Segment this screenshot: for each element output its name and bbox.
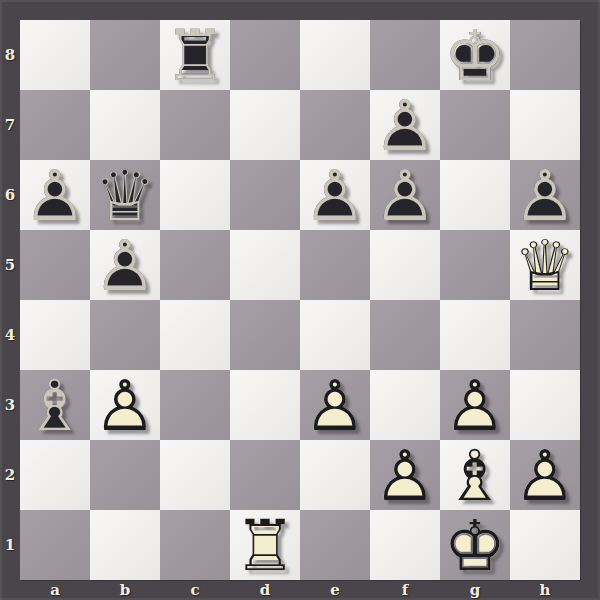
square-b6[interactable]: ♛♕ [90, 160, 160, 230]
square-g6[interactable] [440, 160, 510, 230]
square-c8[interactable]: ♜♖ [160, 20, 230, 90]
square-g8[interactable]: ♚♔ [440, 20, 510, 90]
square-e2[interactable] [300, 440, 370, 510]
square-f7[interactable]: ♟♙ [370, 90, 440, 160]
rank-label-8: 8 [0, 20, 20, 90]
file-label-d: d [230, 580, 300, 600]
square-c6[interactable] [160, 160, 230, 230]
piece-glyph-outline: ♙ [510, 440, 580, 510]
rank-labels: 87654321 [0, 20, 20, 580]
piece-glyph-outline: ♕ [510, 230, 580, 300]
rank-label-6: 6 [0, 160, 20, 230]
square-c5[interactable] [160, 230, 230, 300]
file-label-g: g [440, 580, 510, 600]
piece-glyph-outline: ♗ [440, 440, 510, 510]
square-b2[interactable] [90, 440, 160, 510]
square-f8[interactable] [370, 20, 440, 90]
square-b5[interactable]: ♟♙ [90, 230, 160, 300]
piece-glyph-fill: ♟ [370, 440, 440, 510]
square-f1[interactable] [370, 510, 440, 580]
file-label-b: b [90, 580, 160, 600]
piece-glyph-fill: ♟ [370, 160, 440, 230]
chess-board: ♜♖♚♔♟♙♟♙♛♕♟♙♟♙♟♙♟♙♛♕♝♗♟♙♟♙♟♙♟♙♝♗♟♙♜♖♚♔ [20, 20, 580, 580]
piece-glyph-fill: ♜ [160, 20, 230, 90]
square-a8[interactable] [20, 20, 90, 90]
square-f4[interactable] [370, 300, 440, 370]
square-a7[interactable] [20, 90, 90, 160]
square-h6[interactable]: ♟♙ [510, 160, 580, 230]
piece-glyph-fill: ♟ [20, 160, 90, 230]
piece-glyph-fill: ♚ [440, 20, 510, 90]
square-c7[interactable] [160, 90, 230, 160]
piece-glyph-fill: ♟ [300, 160, 370, 230]
white-pawn-piece[interactable]: ♟♙ [370, 440, 440, 510]
black-pawn-piece[interactable]: ♟♙ [370, 160, 440, 230]
white-pawn-piece[interactable]: ♟♙ [510, 440, 580, 510]
square-d1[interactable]: ♜♖ [230, 510, 300, 580]
rank-label-4: 4 [0, 300, 20, 370]
black-rook-piece[interactable]: ♜♖ [160, 20, 230, 90]
white-queen-piece[interactable]: ♛♕ [510, 230, 580, 300]
piece-glyph-outline: ♙ [90, 370, 160, 440]
piece-glyph-outline: ♖ [230, 510, 300, 580]
piece-glyph-outline: ♖ [160, 20, 230, 90]
piece-glyph-fill: ♛ [510, 230, 580, 300]
piece-glyph-fill: ♟ [440, 370, 510, 440]
piece-glyph-outline: ♙ [90, 230, 160, 300]
square-c1[interactable] [160, 510, 230, 580]
piece-glyph-outline: ♗ [20, 370, 90, 440]
square-e5[interactable] [300, 230, 370, 300]
piece-glyph-outline: ♔ [440, 20, 510, 90]
square-h1[interactable] [510, 510, 580, 580]
square-g5[interactable] [440, 230, 510, 300]
square-b7[interactable] [90, 90, 160, 160]
piece-glyph-fill: ♚ [440, 510, 510, 580]
square-a6[interactable]: ♟♙ [20, 160, 90, 230]
piece-glyph-outline: ♙ [300, 370, 370, 440]
black-pawn-piece[interactable]: ♟♙ [20, 160, 90, 230]
square-f3[interactable] [370, 370, 440, 440]
square-g1[interactable]: ♚♔ [440, 510, 510, 580]
square-f5[interactable] [370, 230, 440, 300]
black-queen-piece[interactable]: ♛♕ [90, 160, 160, 230]
file-label-e: e [300, 580, 370, 600]
square-b3[interactable]: ♟♙ [90, 370, 160, 440]
square-e4[interactable] [300, 300, 370, 370]
square-b4[interactable] [90, 300, 160, 370]
black-pawn-piece[interactable]: ♟♙ [300, 160, 370, 230]
square-d2[interactable] [230, 440, 300, 510]
black-king-piece[interactable]: ♚♔ [440, 20, 510, 90]
piece-glyph-fill: ♟ [90, 370, 160, 440]
square-e3[interactable]: ♟♙ [300, 370, 370, 440]
file-label-h: h [510, 580, 580, 600]
square-g2[interactable]: ♝♗ [440, 440, 510, 510]
piece-glyph-outline: ♙ [370, 90, 440, 160]
square-e8[interactable] [300, 20, 370, 90]
square-h8[interactable] [510, 20, 580, 90]
piece-glyph-fill: ♟ [90, 230, 160, 300]
white-rook-piece[interactable]: ♜♖ [230, 510, 300, 580]
white-king-piece[interactable]: ♚♔ [440, 510, 510, 580]
square-a1[interactable] [20, 510, 90, 580]
piece-glyph-outline: ♙ [300, 160, 370, 230]
square-a5[interactable] [20, 230, 90, 300]
file-labels: abcdefgh [20, 580, 580, 600]
square-b8[interactable] [90, 20, 160, 90]
square-c4[interactable] [160, 300, 230, 370]
square-g3[interactable]: ♟♙ [440, 370, 510, 440]
square-f6[interactable]: ♟♙ [370, 160, 440, 230]
square-c2[interactable] [160, 440, 230, 510]
square-f2[interactable]: ♟♙ [370, 440, 440, 510]
square-g4[interactable] [440, 300, 510, 370]
white-pawn-piece[interactable]: ♟♙ [440, 370, 510, 440]
square-g7[interactable] [440, 90, 510, 160]
file-label-f: f [370, 580, 440, 600]
square-h2[interactable]: ♟♙ [510, 440, 580, 510]
black-pawn-piece[interactable]: ♟♙ [90, 230, 160, 300]
piece-glyph-fill: ♟ [300, 370, 370, 440]
square-b1[interactable] [90, 510, 160, 580]
file-label-c: c [160, 580, 230, 600]
black-bishop-piece[interactable]: ♝♗ [20, 370, 90, 440]
piece-glyph-fill: ♝ [20, 370, 90, 440]
piece-glyph-outline: ♔ [440, 510, 510, 580]
chess-board-frame: 87654321 abcdefgh ♜♖♚♔♟♙♟♙♛♕♟♙♟♙♟♙♟♙♛♕♝♗… [0, 0, 600, 600]
square-d6[interactable] [230, 160, 300, 230]
square-d4[interactable] [230, 300, 300, 370]
white-pawn-piece[interactable]: ♟♙ [300, 370, 370, 440]
piece-glyph-fill: ♜ [230, 510, 300, 580]
square-e1[interactable] [300, 510, 370, 580]
square-d7[interactable] [230, 90, 300, 160]
piece-glyph-fill: ♟ [510, 440, 580, 510]
square-c3[interactable] [160, 370, 230, 440]
square-d8[interactable] [230, 20, 300, 90]
rank-label-7: 7 [0, 90, 20, 160]
square-h3[interactable] [510, 370, 580, 440]
piece-glyph-fill: ♟ [510, 160, 580, 230]
square-h5[interactable]: ♛♕ [510, 230, 580, 300]
piece-glyph-fill: ♟ [370, 90, 440, 160]
square-h7[interactable] [510, 90, 580, 160]
piece-glyph-fill: ♝ [440, 440, 510, 510]
piece-glyph-outline: ♙ [440, 370, 510, 440]
rank-label-5: 5 [0, 230, 20, 300]
file-label-a: a [20, 580, 90, 600]
square-d5[interactable] [230, 230, 300, 300]
square-h4[interactable] [510, 300, 580, 370]
square-a2[interactable] [20, 440, 90, 510]
piece-glyph-outline: ♙ [370, 160, 440, 230]
piece-glyph-outline: ♙ [510, 160, 580, 230]
black-pawn-piece[interactable]: ♟♙ [370, 90, 440, 160]
rank-label-3: 3 [0, 370, 20, 440]
rank-label-2: 2 [0, 440, 20, 510]
piece-glyph-outline: ♙ [370, 440, 440, 510]
square-e7[interactable] [300, 90, 370, 160]
square-e6[interactable]: ♟♙ [300, 160, 370, 230]
piece-glyph-outline: ♙ [20, 160, 90, 230]
square-d3[interactable] [230, 370, 300, 440]
square-a3[interactable]: ♝♗ [20, 370, 90, 440]
white-bishop-piece[interactable]: ♝♗ [440, 440, 510, 510]
white-pawn-piece[interactable]: ♟♙ [90, 370, 160, 440]
piece-glyph-outline: ♕ [90, 160, 160, 230]
black-pawn-piece[interactable]: ♟♙ [510, 160, 580, 230]
rank-label-1: 1 [0, 510, 20, 580]
square-a4[interactable] [20, 300, 90, 370]
piece-glyph-fill: ♛ [90, 160, 160, 230]
